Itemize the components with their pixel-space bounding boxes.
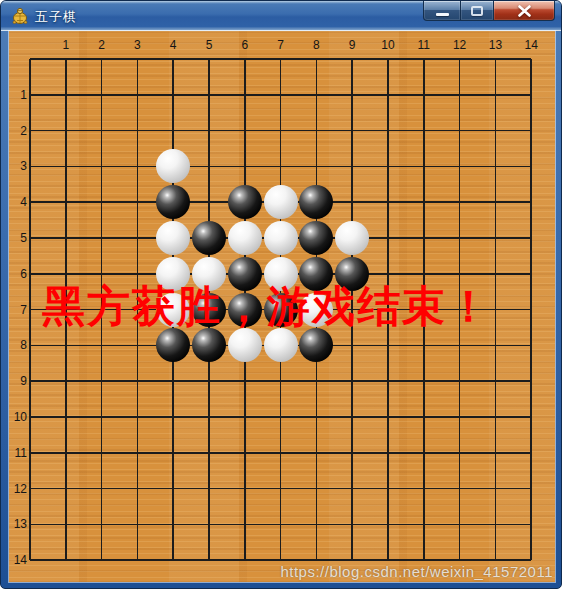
col-label-13: 13: [489, 38, 502, 52]
win-message: 黑方获胜，游戏结束！: [42, 283, 542, 330]
row-label-3: 3: [20, 159, 27, 173]
row-label-11: 11: [15, 446, 27, 460]
black-stone-c8-r5: [299, 221, 333, 255]
black-stone-c5-r8: [192, 328, 226, 362]
col-label-10: 10: [381, 38, 394, 52]
black-stone-c5-r5: [192, 221, 226, 255]
grid-line-horizontal: [30, 524, 531, 526]
maximize-icon: [471, 6, 483, 16]
caption-buttons: [423, 1, 555, 21]
col-label-7: 7: [277, 38, 284, 52]
white-stone-c7-r5: [264, 221, 298, 255]
black-stone-c6-r4: [228, 185, 262, 219]
row-label-8: 8: [20, 338, 27, 352]
col-label-2: 2: [98, 38, 105, 52]
col-label-9: 9: [349, 38, 356, 52]
game-window: 五子棋 123456789101112131412345678910111213…: [0, 0, 562, 589]
title-bar[interactable]: 五子棋: [1, 1, 561, 31]
white-stone-c9-r5: [335, 221, 369, 255]
row-label-14: 14: [14, 553, 27, 567]
black-stone-c4-r4: [156, 185, 190, 219]
white-stone-c7-r8: [264, 328, 298, 362]
col-label-14: 14: [525, 38, 538, 52]
white-stone-c7-r4: [264, 185, 298, 219]
col-label-5: 5: [206, 38, 213, 52]
grid-line-horizontal: [30, 488, 531, 490]
white-stone-c6-r8: [228, 328, 262, 362]
row-label-2: 2: [20, 124, 27, 138]
row-label-4: 4: [20, 195, 27, 209]
grid-line-horizontal: [30, 416, 531, 418]
black-stone-c8-r4: [299, 185, 333, 219]
grid-line-horizontal: [30, 452, 531, 454]
board[interactable]: 12345678910111213141234567891011121314 黑…: [9, 31, 555, 582]
col-label-3: 3: [134, 38, 141, 52]
close-button[interactable]: [493, 1, 555, 21]
window-title: 五子棋: [35, 8, 77, 26]
watermark-text: https://blog.csdn.net/weixin_41572011: [280, 563, 553, 580]
row-label-5: 5: [20, 231, 27, 245]
maximize-button[interactable]: [461, 1, 493, 21]
close-icon: [517, 5, 532, 17]
row-label-6: 6: [20, 267, 27, 281]
white-stone-c6-r5: [228, 221, 262, 255]
col-label-8: 8: [313, 38, 320, 52]
black-stone-c4-r8: [156, 328, 190, 362]
col-label-4: 4: [170, 38, 177, 52]
white-stone-c4-r3: [156, 149, 190, 183]
col-label-11: 11: [418, 38, 430, 52]
row-label-12: 12: [14, 482, 27, 496]
row-label-1: 1: [20, 88, 27, 102]
col-label-12: 12: [453, 38, 466, 52]
grid-line-horizontal: [30, 559, 531, 561]
black-stone-c8-r8: [299, 328, 333, 362]
minimize-button[interactable]: [423, 1, 461, 21]
minimize-icon: [436, 13, 449, 16]
row-label-10: 10: [14, 410, 27, 424]
grid-line-horizontal: [30, 380, 531, 382]
col-label-6: 6: [241, 38, 248, 52]
row-label-13: 13: [14, 517, 27, 531]
turtle-app-icon: [11, 7, 29, 25]
row-label-9: 9: [20, 374, 27, 388]
row-label-7: 7: [20, 303, 27, 317]
white-stone-c4-r5: [156, 221, 190, 255]
col-label-1: 1: [62, 38, 69, 52]
